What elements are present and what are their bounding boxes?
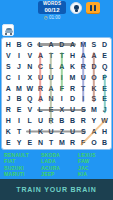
grid-cell-r2c7[interactable]: H	[67, 50, 78, 61]
grid-cell-r6c10[interactable]: E	[99, 93, 110, 104]
grid-cell-r10c5[interactable]: T	[46, 137, 57, 148]
grid-cell-r3c10[interactable]: Q	[99, 61, 110, 72]
word-list-column-2: SKODALADAACURAJEEP	[41, 152, 77, 177]
grid-cell-r9c7[interactable]: U	[67, 126, 78, 137]
grid-cell-r10c8[interactable]: F	[78, 137, 89, 148]
grid-cell-r4c3[interactable]: X	[24, 72, 35, 83]
grid-cell-r6c7[interactable]: D	[67, 93, 78, 104]
grid-cell-r6c6[interactable]: I	[56, 93, 67, 104]
hint-button[interactable]	[70, 2, 82, 14]
footer-slogan: TRAIN YOUR BRAIN	[0, 186, 113, 193]
word-list-item-kia: KIA	[78, 171, 113, 177]
grid-cell-r4c4[interactable]: U	[35, 72, 46, 83]
words-counter-badge: WORDS 00/12	[38, 1, 66, 14]
grid-cell-r9c9[interactable]: A	[89, 126, 100, 137]
grid-cell-r7c2[interactable]: E	[14, 104, 25, 115]
grid-cell-r5c3[interactable]: W	[24, 83, 35, 94]
footer-banner: TRAIN YOUR BRAIN	[0, 179, 113, 200]
grid-cell-r1c2[interactable]: B	[14, 39, 25, 50]
grid-cell-r7c3[interactable]: V	[24, 104, 35, 115]
grid-cell-r1c8[interactable]: M	[78, 39, 89, 50]
grid-cell-r4c5[interactable]: U	[46, 72, 57, 83]
grid-cell-r7c10[interactable]: J	[99, 104, 110, 115]
grid-cell-r1c3[interactable]: G	[24, 39, 35, 50]
grid-cell-r9c1[interactable]: K	[3, 126, 14, 137]
grid-cell-r8c9[interactable]: Y	[89, 115, 100, 126]
pause-button[interactable]	[86, 2, 100, 14]
category-car-button[interactable]	[2, 24, 14, 36]
grid-cell-r10c3[interactable]: E	[24, 137, 35, 148]
grid-cell-r7c9[interactable]: M	[89, 104, 100, 115]
grid-cell-r6c9[interactable]: S	[89, 93, 100, 104]
grid-cell-r5c5[interactable]: A	[46, 83, 57, 94]
grid-cell-r8c6[interactable]: B	[56, 115, 67, 126]
grid-cell-r10c7[interactable]: R	[67, 137, 78, 148]
grid-cell-r7c1[interactable]: R	[3, 104, 14, 115]
grid-cell-r1c7[interactable]: A	[67, 39, 78, 50]
grid-cell-r2c9[interactable]: A	[89, 50, 100, 61]
grid-cell-r7c7[interactable]: U	[67, 104, 78, 115]
grid-cell-r9c2[interactable]: T	[14, 126, 25, 137]
grid-cell-r9c5[interactable]: U	[46, 126, 57, 137]
grid-cell-r6c5[interactable]: N	[46, 93, 57, 104]
word-list-column-1: RENAULTFIATSUZUKIMARUTI	[4, 152, 40, 177]
grid-cell-r8c5[interactable]: R	[46, 115, 57, 126]
grid-cell-r1c10[interactable]: D	[99, 39, 110, 50]
grid-cell-r10c2[interactable]: Y	[14, 137, 25, 148]
grid-cell-r8c2[interactable]: I	[14, 115, 25, 126]
grid-cell-r8c10[interactable]: W	[99, 115, 110, 126]
word-list-item-maruti: MARUTI	[4, 171, 40, 177]
grid-cell-r4c7[interactable]: M	[67, 72, 78, 83]
grid-cell-r5c10[interactable]: E	[99, 83, 110, 94]
grid-cell-r3c9[interactable]: D	[89, 61, 100, 72]
word-list-column-3: LEXUSFAWJACKIA	[78, 152, 113, 177]
letter-grid: HBGLADAMSDVIVATTHAAESJNCLAKRDQCIXUUIMUOP…	[3, 39, 110, 148]
pause-icon	[90, 5, 92, 11]
grid-cell-r4c9[interactable]: O	[89, 72, 100, 83]
grid-cell-r8c7[interactable]: B	[67, 115, 78, 126]
grid-cell-r1c1[interactable]: H	[3, 39, 14, 50]
grid-cell-r5c6[interactable]: F	[56, 83, 67, 94]
grid-cell-r1c5[interactable]: A	[46, 39, 57, 50]
timer-value: 01:00	[49, 15, 60, 20]
grid-cell-r1c4[interactable]: L	[35, 39, 46, 50]
grid-cell-r2c3[interactable]: V	[24, 50, 35, 61]
grid-cell-r4c2[interactable]: I	[14, 72, 25, 83]
grid-cell-r4c8[interactable]: U	[78, 72, 89, 83]
grid-cell-r6c4[interactable]: A	[35, 93, 46, 104]
grid-cell-r5c2[interactable]: M	[14, 83, 25, 94]
grid-cell-r4c10[interactable]: P	[99, 72, 110, 83]
lightbulb-icon	[74, 5, 79, 10]
grid-cell-r9c8[interactable]: S	[78, 126, 89, 137]
car-wheel-icon	[10, 33, 12, 35]
grid-cell-r10c4[interactable]: N	[35, 137, 46, 148]
words-count: 00/12	[38, 7, 66, 13]
grid-cell-r9c6[interactable]: Z	[56, 126, 67, 137]
grid-cell-r2c1[interactable]: V	[3, 50, 14, 61]
timer: ◷ 01:00	[36, 15, 68, 20]
grid-cell-r9c4[interactable]: K	[35, 126, 46, 137]
grid-cell-r3c3[interactable]: N	[24, 61, 35, 72]
grid-cell-r6c1[interactable]: J	[3, 93, 14, 104]
grid-cell-r8c1[interactable]: H	[3, 115, 14, 126]
grid-cell-r10c1[interactable]: E	[3, 137, 14, 148]
letter-grid-panel: HBGLADAMSDVIVATTHAAESJNCLAKRDQCIXUUIMUOP…	[1, 37, 112, 150]
grid-cell-r3c5[interactable]: L	[46, 61, 57, 72]
grid-cell-r8c8[interactable]: R	[78, 115, 89, 126]
grid-cell-r4c1[interactable]: C	[3, 72, 14, 83]
word-search-app: WORDS 00/12 ◷ 01:00 HBGLADAMSDVIVATTHAAE…	[0, 0, 113, 200]
grid-cell-r6c3[interactable]: Q	[24, 93, 35, 104]
grid-cell-r3c7[interactable]: K	[67, 61, 78, 72]
grid-cell-r2c4[interactable]: A	[35, 50, 46, 61]
grid-cell-r2c10[interactable]: E	[99, 50, 110, 61]
clock-icon: ◷	[44, 15, 48, 20]
grid-cell-r3c4[interactable]: C	[35, 61, 46, 72]
grid-cell-r5c1[interactable]: A	[3, 83, 14, 94]
grid-cell-r1c6[interactable]: D	[56, 39, 67, 50]
grid-cell-r2c6[interactable]: T	[56, 50, 67, 61]
grid-cell-r8c3[interactable]: L	[24, 115, 35, 126]
pause-icon	[94, 5, 96, 11]
grid-cell-r7c5[interactable]: E	[46, 104, 57, 115]
word-list: RENAULTFIATSUZUKIMARUTISKODALADAACURAJEE…	[0, 152, 113, 178]
grid-cell-r3c2[interactable]: J	[14, 61, 25, 72]
grid-cell-r8c4[interactable]: U	[35, 115, 46, 126]
grid-cell-r3c1[interactable]: S	[3, 61, 14, 72]
grid-cell-r5c9[interactable]: K	[89, 83, 100, 94]
grid-cell-r10c10[interactable]: B	[99, 137, 110, 148]
grid-cell-r7c6[interactable]: X	[56, 104, 67, 115]
grid-cell-r3c8[interactable]: R	[78, 61, 89, 72]
grid-cell-r3c6[interactable]: A	[56, 61, 67, 72]
grid-cell-r5c4[interactable]: R	[35, 83, 46, 94]
word-list-item-jeep: JEEP	[41, 171, 77, 177]
grid-cell-r2c5[interactable]: T	[46, 50, 57, 61]
grid-cell-r10c6[interactable]: M	[56, 137, 67, 148]
grid-cell-r5c8[interactable]: T	[78, 83, 89, 94]
grid-cell-r6c2[interactable]: B	[14, 93, 25, 104]
grid-cell-r10c9[interactable]: O	[89, 137, 100, 148]
grid-cell-r7c4[interactable]: L	[35, 104, 46, 115]
grid-cell-r7c8[interactable]: S	[78, 104, 89, 115]
grid-cell-r5c7[interactable]: R	[67, 83, 78, 94]
grid-cell-r2c8[interactable]: A	[78, 50, 89, 61]
grid-cell-r9c10[interactable]: H	[99, 126, 110, 137]
grid-cell-r2c2[interactable]: I	[14, 50, 25, 61]
grid-cell-r6c8[interactable]: I	[78, 93, 89, 104]
grid-cell-r1c9[interactable]: S	[89, 39, 100, 50]
grid-cell-r9c3[interactable]: I	[24, 126, 35, 137]
lightbulb-base-icon	[75, 10, 77, 12]
grid-cell-r4c6[interactable]: I	[56, 72, 67, 83]
